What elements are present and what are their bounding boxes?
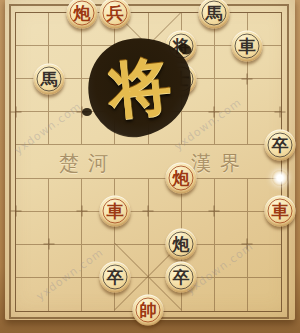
red-chariot[interactable]: 車 xyxy=(100,196,131,227)
point-marker xyxy=(44,239,55,250)
piece-character: 馬 xyxy=(41,71,58,88)
board-cell xyxy=(248,278,281,311)
board-cell xyxy=(49,245,82,278)
piece-character: 卒 xyxy=(173,269,190,286)
black-soldier[interactable]: 卒 xyxy=(100,262,131,293)
point-marker xyxy=(77,206,88,217)
point-marker xyxy=(209,206,220,217)
black-horse[interactable]: 馬 xyxy=(34,64,65,95)
board-cell xyxy=(49,278,82,311)
point-marker xyxy=(209,107,220,118)
piece-character: 卒 xyxy=(272,137,289,154)
piece-character: 帥 xyxy=(140,302,157,319)
board-cell xyxy=(215,278,248,311)
board-cell xyxy=(248,245,281,278)
piece-character: 車 xyxy=(239,38,256,55)
piece-character: 卒 xyxy=(107,269,124,286)
point-marker xyxy=(143,206,154,217)
piece-character: 炮 xyxy=(74,5,91,22)
black-soldier[interactable]: 卒 xyxy=(166,262,197,293)
point-marker xyxy=(242,239,253,250)
piece-character: 車 xyxy=(272,203,289,220)
xiangqi-app-screen: 楚河 漢界 炮兵馬将車馬士士卒炮車車炮卒卒帥 将 yxdown.com yxdo… xyxy=(0,0,300,333)
point-marker xyxy=(11,107,22,118)
check-banner-glyph: 将 xyxy=(102,47,178,130)
piece-character: 車 xyxy=(107,203,124,220)
ink-splash xyxy=(82,108,92,116)
black-chariot[interactable]: 車 xyxy=(232,31,263,62)
piece-character: 炮 xyxy=(173,170,190,187)
piece-character: 馬 xyxy=(206,5,223,22)
board-cell xyxy=(215,245,248,278)
piece-character: 兵 xyxy=(107,5,124,22)
black-cannon[interactable]: 炮 xyxy=(166,229,197,260)
point-marker xyxy=(11,206,22,217)
red-chariot[interactable]: 車 xyxy=(265,196,296,227)
piece-character: 炮 xyxy=(173,236,190,253)
red-cannon[interactable]: 炮 xyxy=(166,163,197,194)
point-marker xyxy=(275,107,286,118)
move-indicator-dot[interactable] xyxy=(272,170,288,186)
black-soldier[interactable]: 卒 xyxy=(265,130,296,161)
point-marker xyxy=(242,74,253,85)
board-cell xyxy=(215,112,248,145)
board-cell xyxy=(215,179,248,212)
river-label-han: 漢界 xyxy=(191,150,249,177)
board-cell xyxy=(16,13,49,46)
river: 楚河 漢界 xyxy=(16,145,281,178)
river-label-chu: 楚河 xyxy=(59,150,117,177)
board-cell xyxy=(16,278,49,311)
red-general[interactable]: 帥 xyxy=(133,295,164,326)
board-cell xyxy=(16,245,49,278)
